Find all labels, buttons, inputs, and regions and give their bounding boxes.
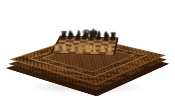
black-pawn-piece[interactable]: ♟: [95, 34, 102, 41]
white-bishop-piece[interactable]: ♝: [68, 43, 76, 53]
playing-field: ♜♞♝♛♚♝♞♜♟♟♟♟♟♟♟♟♟♟♟♟♟♟♟♟♜♞♝♛♚♝♞♜: [50, 36, 119, 56]
white-queen-piece[interactable]: ♛: [75, 42, 83, 54]
white-knight-piece[interactable]: ♞: [60, 44, 68, 53]
white-rook-piece[interactable]: ♜: [106, 46, 114, 55]
black-pawn-piece[interactable]: ♟: [102, 35, 109, 42]
white-knight-piece[interactable]: ♞: [98, 45, 106, 54]
square[interactable]: ♝: [90, 52, 98, 55]
chess-board: ♜♞♝♛♚♝♞♜♟♟♟♟♟♟♟♟♟♟♟♟♟♟♟♟♜♞♝♛♚♝♞♜: [53, 36, 117, 55]
white-bishop-piece[interactable]: ♝: [90, 44, 98, 54]
board-3d-scene: ♜♞♝♛♚♝♞♜♟♟♟♟♟♟♟♟♟♟♟♟♟♟♟♟♜♞♝♛♚♝♞♜: [0, 0, 175, 105]
square[interactable]: ♟: [95, 39, 103, 41]
chess-set-photo: ♜♞♝♛♚♝♞♜♟♟♟♟♟♟♟♟♟♟♟♟♟♟♟♟♜♞♝♛♚♝♞♜: [0, 0, 175, 105]
black-pawn-piece[interactable]: ♟: [73, 34, 80, 41]
square[interactable]: ♟: [109, 40, 117, 42]
black-pawn-piece[interactable]: ♟: [66, 34, 73, 41]
square[interactable]: ♜: [106, 52, 114, 55]
black-pawn-piece[interactable]: ♟: [109, 35, 116, 42]
